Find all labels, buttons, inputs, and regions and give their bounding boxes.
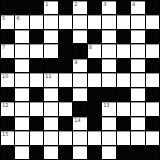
white-cell-5-0[interactable]: 10 [1,73,14,86]
black-cell-2-6 [88,30,101,43]
black-cell-8-6 [88,117,101,130]
black-cell-2-0 [1,30,14,43]
clue-number-1: 1 [45,1,48,7]
black-cell-10-4 [59,146,72,159]
black-cell-4-10 [146,59,159,72]
white-cell-7-0[interactable]: 12 [1,102,14,115]
white-cell-0-3[interactable]: 1 [44,1,57,14]
clue-number-2: 2 [74,1,77,7]
white-cell-8-9[interactable] [131,117,144,130]
white-cell-4-5[interactable]: 9 [73,59,86,72]
white-cell-5-4[interactable] [59,73,72,86]
black-cell-8-4 [59,117,72,130]
black-cell-2-4 [59,30,72,43]
white-cell-9-4[interactable] [59,131,72,144]
white-cell-3-9[interactable] [131,44,144,57]
white-cell-8-7[interactable] [102,117,115,130]
black-cell-3-5 [73,44,86,57]
clue-number-15: 15 [2,131,8,137]
white-cell-9-0[interactable]: 15 [1,131,14,144]
clue-number-7: 7 [2,44,5,50]
white-cell-1-5[interactable] [73,15,86,28]
white-cell-2-3[interactable] [44,30,57,43]
black-cell-0-6 [88,1,101,14]
clue-number-11: 11 [45,73,51,79]
white-cell-5-2[interactable] [30,73,43,86]
white-cell-0-5[interactable]: 2 [73,1,86,14]
white-cell-1-7[interactable] [102,15,115,28]
black-cell-2-2 [30,30,43,43]
black-cell-8-2 [30,117,43,130]
white-cell-9-5[interactable] [73,131,86,144]
black-cell-0-0 [1,1,14,14]
white-cell-9-6[interactable] [88,131,101,144]
white-cell-1-3[interactable] [44,15,57,28]
black-cell-4-2 [30,59,43,72]
white-cell-3-0[interactable]: 7 [1,44,14,57]
white-cell-4-7[interactable] [102,59,115,72]
white-cell-0-9[interactable]: 4 [131,1,144,14]
crossword-board-frame: 123456789101112131415 [0,0,160,160]
white-cell-9-10[interactable] [146,131,159,144]
white-cell-1-4[interactable] [59,15,72,28]
white-cell-6-1[interactable] [15,88,28,101]
white-cell-1-10[interactable] [146,15,159,28]
black-cell-6-2 [30,88,43,101]
white-cell-6-5[interactable] [73,88,86,101]
white-cell-0-7[interactable]: 3 [102,1,115,14]
white-cell-1-6[interactable] [88,15,101,28]
white-cell-9-9[interactable] [131,131,144,144]
white-cell-5-1[interactable] [15,73,28,86]
black-cell-10-9 [131,146,144,159]
black-cell-6-8 [117,88,130,101]
clue-number-9: 9 [74,59,77,65]
white-cell-8-5[interactable]: 14 [73,117,86,130]
white-cell-7-8[interactable] [117,102,130,115]
black-cell-6-7 [102,88,115,101]
black-cell-0-10 [146,1,159,14]
black-cell-6-0 [1,88,14,101]
black-cell-0-4 [59,1,72,14]
white-cell-7-3[interactable] [44,102,57,115]
clue-number-5: 5 [2,15,5,21]
black-cell-8-0 [1,117,14,130]
white-cell-2-7[interactable] [102,30,115,43]
white-cell-8-3[interactable] [44,117,57,130]
clue-number-10: 10 [2,73,8,79]
black-cell-6-10 [146,88,159,101]
black-cell-2-10 [146,30,159,43]
white-cell-5-9[interactable] [131,73,144,86]
white-cell-3-10[interactable] [146,44,159,57]
white-cell-9-8[interactable] [117,131,130,144]
black-cell-8-8 [117,117,130,130]
white-cell-5-3[interactable]: 11 [44,73,57,86]
white-cell-9-7[interactable] [102,131,115,144]
white-cell-7-9[interactable] [131,102,144,115]
white-cell-7-1[interactable] [15,102,28,115]
clue-number-6: 6 [16,15,19,21]
black-cell-2-8 [117,30,130,43]
white-cell-7-10[interactable] [146,102,159,115]
black-cell-10-6 [88,146,101,159]
black-cell-6-6 [88,88,101,101]
white-cell-3-7[interactable] [102,44,115,57]
clue-number-8: 8 [89,44,92,50]
white-cell-2-5[interactable] [73,30,86,43]
white-cell-10-1[interactable] [15,146,28,159]
white-cell-10-5[interactable] [73,146,86,159]
black-cell-4-8 [117,59,130,72]
clue-number-3: 3 [103,1,106,7]
black-cell-4-0 [1,59,14,72]
black-cell-6-4 [59,88,72,101]
white-cell-5-6[interactable] [88,73,101,86]
white-cell-3-6[interactable]: 8 [88,44,101,57]
white-cell-5-8[interactable] [117,73,130,86]
white-cell-7-4[interactable] [59,102,72,115]
black-cell-10-2 [30,146,43,159]
white-cell-3-3[interactable] [44,44,57,57]
black-cell-10-10 [146,146,159,159]
black-cell-10-8 [117,146,130,159]
white-cell-9-2[interactable] [30,131,43,144]
white-cell-7-2[interactable] [30,102,43,115]
black-cell-3-4 [59,44,72,57]
black-cell-4-4 [59,59,72,72]
white-cell-2-9[interactable] [131,30,144,43]
white-cell-5-10[interactable] [146,73,159,86]
black-cell-4-6 [88,59,101,72]
clue-number-14: 14 [74,117,80,123]
black-cell-0-8 [117,1,130,14]
black-cell-10-0 [1,146,14,159]
black-cell-8-10 [146,117,159,130]
white-cell-3-8[interactable] [117,44,130,57]
black-cell-7-5 [73,102,86,115]
white-cell-8-1[interactable] [15,117,28,130]
black-cell-4-3 [44,59,57,72]
white-cell-10-7[interactable] [102,146,115,159]
clue-number-12: 12 [2,102,8,108]
white-cell-9-1[interactable] [15,131,28,144]
white-cell-1-0[interactable]: 5 [1,15,14,28]
white-cell-3-2[interactable] [30,44,43,57]
white-cell-4-1[interactable] [15,59,28,72]
white-cell-2-1[interactable] [15,30,28,43]
white-cell-5-7[interactable] [102,73,115,86]
white-cell-1-8[interactable] [117,15,130,28]
clue-number-13: 13 [103,102,109,108]
white-cell-5-5[interactable] [73,73,86,86]
white-cell-3-1[interactable] [15,44,28,57]
white-cell-7-7[interactable]: 13 [102,102,115,115]
clue-number-4: 4 [132,1,135,7]
white-cell-6-9[interactable] [131,88,144,101]
white-cell-9-3[interactable] [44,131,57,144]
white-cell-10-3[interactable] [44,146,57,159]
white-cell-1-9[interactable] [131,15,144,28]
white-cell-1-2[interactable] [30,15,43,28]
black-cell-0-2 [30,1,43,14]
white-cell-6-3[interactable] [44,88,57,101]
black-cell-7-6 [88,102,101,115]
white-cell-1-1[interactable]: 6 [15,15,28,28]
crossword-board: 123456789101112131415 [1,1,159,159]
white-cell-4-9[interactable] [131,59,144,72]
black-cell-0-1 [15,1,28,14]
